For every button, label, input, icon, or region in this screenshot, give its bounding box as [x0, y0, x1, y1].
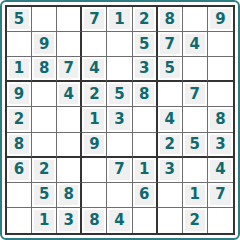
sudoku-cell-r3c3: 7	[57, 57, 82, 82]
sudoku-cell-r6c7: 2	[158, 133, 183, 158]
sudoku-cell-r3c4: 4	[82, 57, 107, 82]
sudoku-cell-r5c6[interactable]	[133, 107, 158, 132]
sudoku-cell-r3c8[interactable]	[183, 57, 208, 82]
sudoku-cell-r5c7: 4	[158, 107, 183, 132]
sudoku-cell-r5c3[interactable]	[57, 107, 82, 132]
sudoku-cell-r9c8: 2	[183, 208, 208, 233]
sudoku-cell-r1c3[interactable]	[57, 7, 82, 32]
sudoku-cell-r3c2: 8	[32, 57, 57, 82]
sudoku-cell-r7c6: 1	[133, 158, 158, 183]
sudoku-cell-r6c4: 9	[82, 133, 107, 158]
sudoku-cell-r8c9: 7	[208, 183, 233, 208]
sudoku-cell-r1c5: 1	[107, 7, 132, 32]
sudoku-cell-r7c4[interactable]	[82, 158, 107, 183]
sudoku-cell-r4c1: 9	[7, 82, 32, 107]
sudoku-cell-r6c1: 8	[7, 133, 32, 158]
sudoku-cell-r8c6: 6	[133, 183, 158, 208]
sudoku-cell-r6c6[interactable]	[133, 133, 158, 158]
sudoku-cell-r3c9[interactable]	[208, 57, 233, 82]
sudoku-cell-r9c9[interactable]	[208, 208, 233, 233]
sudoku-cell-r6c5[interactable]	[107, 133, 132, 158]
sudoku-cell-r9c7[interactable]	[158, 208, 183, 233]
sudoku-cell-r1c1: 5	[7, 7, 32, 32]
sudoku-cell-r7c2: 2	[32, 158, 57, 183]
sudoku-cell-r9c2: 1	[32, 208, 57, 233]
sudoku-cell-r2c7: 7	[158, 32, 183, 57]
sudoku-cell-r4c9[interactable]	[208, 82, 233, 107]
sudoku-cell-r1c2[interactable]	[32, 7, 57, 32]
sudoku-cell-r9c3: 3	[57, 208, 82, 233]
sudoku-cell-r7c7: 3	[158, 158, 183, 183]
sudoku-cell-r9c6[interactable]	[133, 208, 158, 233]
sudoku-cell-r5c1: 2	[7, 107, 32, 132]
sudoku-cell-r8c1[interactable]	[7, 183, 32, 208]
sudoku-cell-r6c3[interactable]	[57, 133, 82, 158]
sudoku-cell-r2c3[interactable]	[57, 32, 82, 57]
sudoku-cell-r4c3: 4	[57, 82, 82, 107]
sudoku-cell-r9c4: 8	[82, 208, 107, 233]
sudoku-cell-r6c2[interactable]	[32, 133, 57, 158]
sudoku-cell-r8c5[interactable]	[107, 183, 132, 208]
sudoku-cell-r5c8[interactable]	[183, 107, 208, 132]
sudoku-cell-r4c6: 8	[133, 82, 158, 107]
sudoku-cell-r7c8[interactable]	[183, 158, 208, 183]
sudoku-cell-r9c1[interactable]	[7, 208, 32, 233]
sudoku-cell-r7c1: 6	[7, 158, 32, 183]
sudoku-cell-r5c2[interactable]	[32, 107, 57, 132]
sudoku-cell-r2c1[interactable]	[7, 32, 32, 57]
sudoku-cell-r2c6: 5	[133, 32, 158, 57]
sudoku-cell-r3c5[interactable]	[107, 57, 132, 82]
sudoku-cell-r5c9: 8	[208, 107, 233, 132]
sudoku-cell-r7c9: 4	[208, 158, 233, 183]
sudoku-cell-r4c5: 5	[107, 82, 132, 107]
sudoku-cell-r1c8[interactable]	[183, 7, 208, 32]
sudoku-cell-r1c6: 2	[133, 7, 158, 32]
sudoku-cell-r8c2: 5	[32, 183, 57, 208]
sudoku-cell-r9c5: 4	[107, 208, 132, 233]
sudoku-cell-r4c2[interactable]	[32, 82, 57, 107]
sudoku-widget: 5712899574187435942587213488925362713458…	[0, 0, 240, 240]
sudoku-cell-r8c4[interactable]	[82, 183, 107, 208]
sudoku-cell-r5c5: 3	[107, 107, 132, 132]
sudoku-cell-r1c9: 9	[208, 7, 233, 32]
sudoku-cell-r2c2: 9	[32, 32, 57, 57]
sudoku-cell-r4c7[interactable]	[158, 82, 183, 107]
sudoku-cell-r3c1: 1	[7, 57, 32, 82]
sudoku-cell-r6c9: 3	[208, 133, 233, 158]
sudoku-cell-r3c7: 5	[158, 57, 183, 82]
sudoku-cell-r4c8: 7	[183, 82, 208, 107]
sudoku-cell-r8c8: 1	[183, 183, 208, 208]
sudoku-cell-r4c4: 2	[82, 82, 107, 107]
sudoku-cell-r2c9[interactable]	[208, 32, 233, 57]
sudoku-cell-r5c4: 1	[82, 107, 107, 132]
sudoku-cell-r1c7: 8	[158, 7, 183, 32]
sudoku-cell-r7c3[interactable]	[57, 158, 82, 183]
sudoku-cell-r6c8: 5	[183, 133, 208, 158]
sudoku-cell-r8c3: 8	[57, 183, 82, 208]
sudoku-cell-r2c8: 4	[183, 32, 208, 57]
sudoku-cell-r1c4: 7	[82, 7, 107, 32]
sudoku-cell-r7c5: 7	[107, 158, 132, 183]
sudoku-cell-r8c7[interactable]	[158, 183, 183, 208]
sudoku-cell-r2c5[interactable]	[107, 32, 132, 57]
sudoku-cell-r2c4[interactable]	[82, 32, 107, 57]
sudoku-cell-r3c6: 3	[133, 57, 158, 82]
sudoku-board: 5712899574187435942587213488925362713458…	[5, 5, 235, 235]
